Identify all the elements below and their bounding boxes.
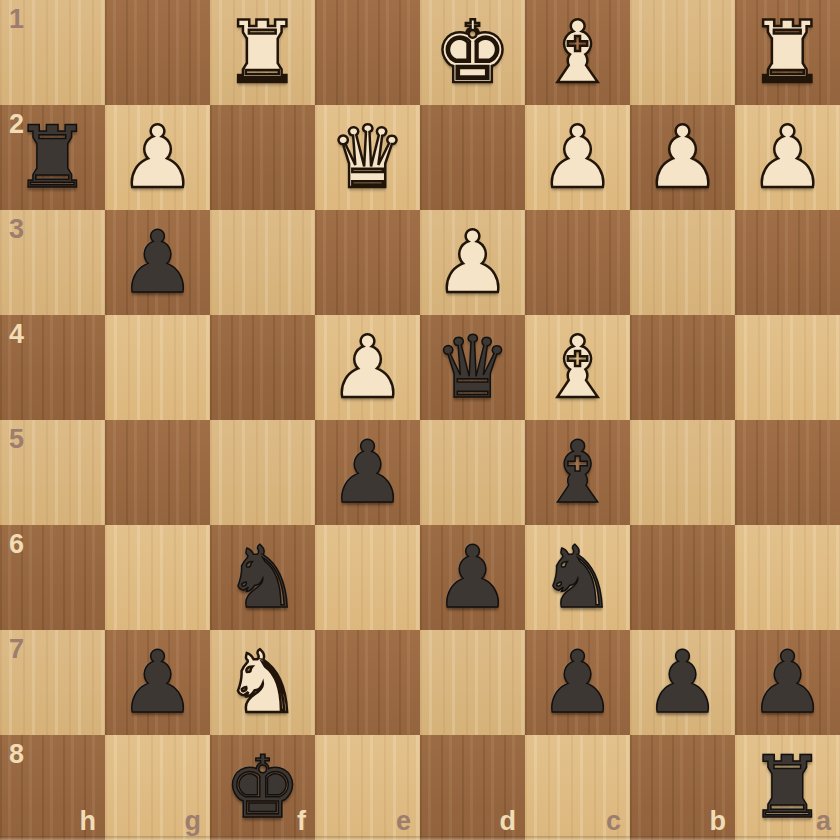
square-h8[interactable]: 8h bbox=[0, 735, 105, 840]
square-b5[interactable] bbox=[630, 420, 735, 525]
square-g1[interactable] bbox=[105, 0, 210, 105]
file-label-d: d bbox=[500, 806, 517, 837]
square-f5[interactable] bbox=[210, 420, 315, 525]
square-g2[interactable]: ♟ bbox=[105, 105, 210, 210]
square-c2[interactable]: ♟ bbox=[525, 105, 630, 210]
file-label-b: b bbox=[710, 806, 727, 837]
file-label-e: e bbox=[396, 806, 411, 837]
white-pawn[interactable]: ♟ bbox=[105, 105, 210, 210]
square-b8[interactable]: b bbox=[630, 735, 735, 840]
file-label-h: h bbox=[80, 806, 97, 837]
white-queen[interactable]: ♛ bbox=[315, 105, 420, 210]
square-e6[interactable] bbox=[315, 525, 420, 630]
square-g5[interactable] bbox=[105, 420, 210, 525]
square-c3[interactable] bbox=[525, 210, 630, 315]
chess-board: 1♜♚♝♜♜2♟♛♟♟♟3♟♟4♟♛♝5♟♝6♞♟♞7♟♞♟♟♟8hg♚fedc… bbox=[0, 0, 840, 840]
square-d3[interactable]: ♟ bbox=[420, 210, 525, 315]
square-f7[interactable]: ♞ bbox=[210, 630, 315, 735]
square-c7[interactable]: ♟ bbox=[525, 630, 630, 735]
square-c1[interactable]: ♝ bbox=[525, 0, 630, 105]
square-d6[interactable]: ♟ bbox=[420, 525, 525, 630]
square-a1[interactable]: ♜ bbox=[735, 0, 840, 105]
square-d8[interactable]: d bbox=[420, 735, 525, 840]
square-g6[interactable] bbox=[105, 525, 210, 630]
white-king[interactable]: ♚ bbox=[420, 0, 525, 105]
square-h2[interactable]: ♜2 bbox=[0, 105, 105, 210]
square-b7[interactable]: ♟ bbox=[630, 630, 735, 735]
square-e3[interactable] bbox=[315, 210, 420, 315]
square-e5[interactable]: ♟ bbox=[315, 420, 420, 525]
rank-label-3: 3 bbox=[9, 214, 24, 245]
black-pawn[interactable]: ♟ bbox=[420, 525, 525, 630]
square-e2[interactable]: ♛ bbox=[315, 105, 420, 210]
square-d4[interactable]: ♛ bbox=[420, 315, 525, 420]
square-a7[interactable]: ♟ bbox=[735, 630, 840, 735]
square-g7[interactable]: ♟ bbox=[105, 630, 210, 735]
file-label-c: c bbox=[606, 806, 621, 837]
black-rook[interactable]: ♜ bbox=[735, 735, 840, 840]
black-knight[interactable]: ♞ bbox=[525, 525, 630, 630]
white-rook[interactable]: ♜ bbox=[210, 0, 315, 105]
square-d7[interactable] bbox=[420, 630, 525, 735]
black-knight[interactable]: ♞ bbox=[210, 525, 315, 630]
black-king[interactable]: ♚ bbox=[210, 735, 315, 840]
square-c5[interactable]: ♝ bbox=[525, 420, 630, 525]
square-g4[interactable] bbox=[105, 315, 210, 420]
white-pawn[interactable]: ♟ bbox=[735, 105, 840, 210]
square-g8[interactable]: g bbox=[105, 735, 210, 840]
rank-label-4: 4 bbox=[9, 319, 24, 350]
square-e1[interactable] bbox=[315, 0, 420, 105]
white-pawn[interactable]: ♟ bbox=[315, 315, 420, 420]
black-queen[interactable]: ♛ bbox=[420, 315, 525, 420]
black-rook[interactable]: ♜ bbox=[0, 105, 105, 210]
white-rook[interactable]: ♜ bbox=[735, 0, 840, 105]
square-h7[interactable]: 7 bbox=[0, 630, 105, 735]
square-h3[interactable]: 3 bbox=[0, 210, 105, 315]
black-pawn[interactable]: ♟ bbox=[630, 630, 735, 735]
square-f6[interactable]: ♞ bbox=[210, 525, 315, 630]
rank-label-1: 1 bbox=[9, 4, 24, 35]
black-pawn[interactable]: ♟ bbox=[105, 210, 210, 315]
square-d5[interactable] bbox=[420, 420, 525, 525]
white-pawn[interactable]: ♟ bbox=[420, 210, 525, 315]
square-f1[interactable]: ♜ bbox=[210, 0, 315, 105]
square-g3[interactable]: ♟ bbox=[105, 210, 210, 315]
square-f8[interactable]: ♚f bbox=[210, 735, 315, 840]
square-a8[interactable]: ♜a bbox=[735, 735, 840, 840]
black-bishop[interactable]: ♝ bbox=[525, 420, 630, 525]
rank-label-8: 8 bbox=[9, 739, 24, 770]
square-a5[interactable] bbox=[735, 420, 840, 525]
square-b3[interactable] bbox=[630, 210, 735, 315]
rank-label-7: 7 bbox=[9, 634, 24, 665]
square-h5[interactable]: 5 bbox=[0, 420, 105, 525]
square-b2[interactable]: ♟ bbox=[630, 105, 735, 210]
square-b6[interactable] bbox=[630, 525, 735, 630]
black-pawn[interactable]: ♟ bbox=[105, 630, 210, 735]
square-d2[interactable] bbox=[420, 105, 525, 210]
square-e4[interactable]: ♟ bbox=[315, 315, 420, 420]
rank-label-5: 5 bbox=[9, 424, 24, 455]
square-e7[interactable] bbox=[315, 630, 420, 735]
black-pawn[interactable]: ♟ bbox=[525, 630, 630, 735]
square-b4[interactable] bbox=[630, 315, 735, 420]
square-c8[interactable]: c bbox=[525, 735, 630, 840]
square-a3[interactable] bbox=[735, 210, 840, 315]
square-d1[interactable]: ♚ bbox=[420, 0, 525, 105]
white-knight[interactable]: ♞ bbox=[210, 630, 315, 735]
white-pawn[interactable]: ♟ bbox=[630, 105, 735, 210]
square-e8[interactable]: e bbox=[315, 735, 420, 840]
square-h6[interactable]: 6 bbox=[0, 525, 105, 630]
black-pawn[interactable]: ♟ bbox=[735, 630, 840, 735]
square-c4[interactable]: ♝ bbox=[525, 315, 630, 420]
black-pawn[interactable]: ♟ bbox=[315, 420, 420, 525]
file-label-g: g bbox=[185, 806, 202, 837]
square-b1[interactable] bbox=[630, 0, 735, 105]
square-f3[interactable] bbox=[210, 210, 315, 315]
square-a2[interactable]: ♟ bbox=[735, 105, 840, 210]
square-a4[interactable] bbox=[735, 315, 840, 420]
square-h4[interactable]: 4 bbox=[0, 315, 105, 420]
square-h1[interactable]: 1 bbox=[0, 0, 105, 105]
square-c6[interactable]: ♞ bbox=[525, 525, 630, 630]
square-a6[interactable] bbox=[735, 525, 840, 630]
square-f4[interactable] bbox=[210, 315, 315, 420]
square-f2[interactable] bbox=[210, 105, 315, 210]
rank-label-6: 6 bbox=[9, 529, 24, 560]
white-bishop[interactable]: ♝ bbox=[525, 315, 630, 420]
white-pawn[interactable]: ♟ bbox=[525, 105, 630, 210]
white-bishop[interactable]: ♝ bbox=[525, 0, 630, 105]
